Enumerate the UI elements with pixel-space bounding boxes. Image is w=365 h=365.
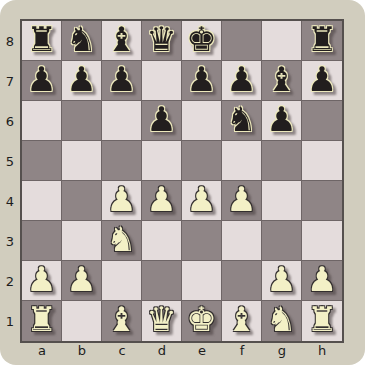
square-e2[interactable] (182, 261, 222, 301)
file-label-h: h (302, 343, 342, 358)
square-c6[interactable] (102, 101, 142, 141)
square-g1[interactable]: ♞ (262, 301, 302, 341)
square-d6[interactable]: ♟ (142, 101, 182, 141)
rank-label-8: 8 (0, 21, 20, 61)
square-g5[interactable] (262, 141, 302, 181)
piece-black-pawn[interactable]: ♟ (106, 62, 136, 96)
file-label-c: c (102, 343, 142, 358)
square-h7[interactable]: ♟ (302, 61, 342, 101)
square-h8[interactable]: ♜ (302, 21, 342, 61)
rank-label-7: 7 (0, 61, 20, 101)
piece-black-rook[interactable]: ♜ (26, 22, 56, 56)
piece-black-pawn[interactable]: ♟ (26, 62, 56, 96)
file-label-e: e (182, 343, 222, 358)
square-h3[interactable] (302, 221, 342, 261)
piece-white-knight[interactable]: ♞ (266, 302, 296, 336)
piece-white-rook[interactable]: ♜ (26, 302, 56, 336)
square-d5[interactable] (142, 141, 182, 181)
piece-black-bishop[interactable]: ♝ (106, 22, 136, 56)
square-f8[interactable] (222, 21, 262, 61)
piece-black-knight[interactable]: ♞ (66, 22, 96, 56)
square-h5[interactable] (302, 141, 342, 181)
square-g2[interactable]: ♟ (262, 261, 302, 301)
square-c1[interactable]: ♝ (102, 301, 142, 341)
piece-white-pawn[interactable]: ♟ (307, 262, 337, 296)
rank-label-5: 5 (0, 141, 20, 181)
piece-white-bishop[interactable]: ♝ (226, 302, 256, 336)
square-c8[interactable]: ♝ (102, 21, 142, 61)
square-b6[interactable] (62, 101, 102, 141)
square-d8[interactable]: ♛ (142, 21, 182, 61)
square-g8[interactable] (262, 21, 302, 61)
square-c4[interactable]: ♟ (102, 181, 142, 221)
rank-label-3: 3 (0, 221, 20, 261)
piece-black-pawn[interactable]: ♟ (226, 62, 256, 96)
piece-black-pawn[interactable]: ♟ (66, 62, 96, 96)
square-h6[interactable] (302, 101, 342, 141)
file-labels: a b c d e f g h (22, 343, 342, 358)
square-d7[interactable] (142, 61, 182, 101)
square-a8[interactable]: ♜ (22, 21, 62, 61)
square-g3[interactable] (262, 221, 302, 261)
piece-black-rook[interactable]: ♜ (307, 22, 337, 56)
square-f7[interactable]: ♟ (222, 61, 262, 101)
piece-black-king[interactable]: ♚ (186, 22, 216, 56)
square-b8[interactable]: ♞ (62, 21, 102, 61)
square-e7[interactable]: ♟ (182, 61, 222, 101)
square-b1[interactable] (62, 301, 102, 341)
piece-white-knight[interactable]: ♞ (106, 222, 136, 256)
square-g6[interactable]: ♟ (262, 101, 302, 141)
piece-black-pawn[interactable]: ♟ (266, 102, 296, 136)
square-c2[interactable] (102, 261, 142, 301)
square-b3[interactable] (62, 221, 102, 261)
square-a7[interactable]: ♟ (22, 61, 62, 101)
square-e5[interactable] (182, 141, 222, 181)
square-a5[interactable] (22, 141, 62, 181)
file-label-g: g (262, 343, 302, 358)
piece-black-pawn[interactable]: ♟ (307, 62, 337, 96)
rank-labels: 8 7 6 5 4 3 2 1 (0, 21, 20, 341)
file-label-d: d (142, 343, 182, 358)
square-d3[interactable] (142, 221, 182, 261)
square-f4[interactable]: ♟ (222, 181, 262, 221)
piece-white-pawn[interactable]: ♟ (226, 182, 256, 216)
square-f3[interactable] (222, 221, 262, 261)
square-a2[interactable]: ♟ (22, 261, 62, 301)
chess-board-panel: 8 7 6 5 4 3 2 1 ♜♞♝♛♚♜♟♟♟♟♟♝♟♟♞♟♟♟♟♟♞♟♟♟… (0, 0, 365, 365)
square-a3[interactable] (22, 221, 62, 261)
square-b7[interactable]: ♟ (62, 61, 102, 101)
square-a6[interactable] (22, 101, 62, 141)
piece-white-pawn[interactable]: ♟ (26, 262, 56, 296)
piece-white-queen[interactable]: ♛ (146, 302, 176, 336)
rank-label-1: 1 (0, 301, 20, 341)
square-e8[interactable]: ♚ (182, 21, 222, 61)
piece-black-knight[interactable]: ♞ (226, 102, 256, 136)
square-b4[interactable] (62, 181, 102, 221)
square-e6[interactable] (182, 101, 222, 141)
square-a1[interactable]: ♜ (22, 301, 62, 341)
square-h2[interactable]: ♟ (302, 261, 342, 301)
rank-label-2: 2 (0, 261, 20, 301)
square-f5[interactable] (222, 141, 262, 181)
piece-black-pawn[interactable]: ♟ (146, 102, 176, 136)
square-f6[interactable]: ♞ (222, 101, 262, 141)
piece-white-pawn[interactable]: ♟ (266, 262, 296, 296)
square-e4[interactable]: ♟ (182, 181, 222, 221)
square-h1[interactable]: ♜ (302, 301, 342, 341)
piece-black-queen[interactable]: ♛ (146, 22, 176, 56)
rank-label-6: 6 (0, 101, 20, 141)
piece-white-king[interactable]: ♚ (186, 302, 216, 336)
square-e3[interactable] (182, 221, 222, 261)
square-b5[interactable] (62, 141, 102, 181)
square-h4[interactable] (302, 181, 342, 221)
piece-white-pawn[interactable]: ♟ (106, 182, 136, 216)
square-c3[interactable]: ♞ (102, 221, 142, 261)
square-g7[interactable]: ♝ (262, 61, 302, 101)
piece-white-pawn[interactable]: ♟ (186, 182, 216, 216)
piece-white-rook[interactable]: ♜ (307, 302, 337, 336)
file-label-b: b (62, 343, 102, 358)
square-f1[interactable]: ♝ (222, 301, 262, 341)
piece-black-bishop[interactable]: ♝ (266, 62, 296, 96)
square-d2[interactable] (142, 261, 182, 301)
board: ♜♞♝♛♚♜♟♟♟♟♟♝♟♟♞♟♟♟♟♟♞♟♟♟♟♜♝♛♚♝♞♜ (20, 19, 344, 343)
square-c5[interactable] (102, 141, 142, 181)
square-d4[interactable]: ♟ (142, 181, 182, 221)
square-c7[interactable]: ♟ (102, 61, 142, 101)
file-label-a: a (22, 343, 62, 358)
file-label-f: f (222, 343, 262, 358)
rank-label-4: 4 (0, 181, 20, 221)
square-f2[interactable] (222, 261, 262, 301)
square-d1[interactable]: ♛ (142, 301, 182, 341)
piece-white-pawn[interactable]: ♟ (66, 262, 96, 296)
piece-white-pawn[interactable]: ♟ (146, 182, 176, 216)
piece-black-pawn[interactable]: ♟ (186, 62, 216, 96)
square-b2[interactable]: ♟ (62, 261, 102, 301)
square-e1[interactable]: ♚ (182, 301, 222, 341)
square-a4[interactable] (22, 181, 62, 221)
square-g4[interactable] (262, 181, 302, 221)
piece-white-bishop[interactable]: ♝ (106, 302, 136, 336)
